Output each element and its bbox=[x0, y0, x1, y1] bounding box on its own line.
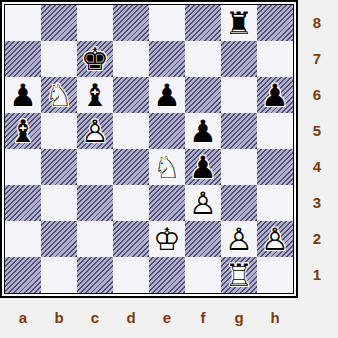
square-g2[interactable]: ♟♙ bbox=[221, 221, 257, 257]
square-g4[interactable] bbox=[221, 149, 257, 185]
square-f2[interactable] bbox=[185, 221, 221, 257]
white-king-piece[interactable]: ♚♔ bbox=[149, 221, 185, 257]
square-f1[interactable] bbox=[185, 257, 221, 293]
square-a5[interactable]: ♝ bbox=[5, 113, 41, 149]
square-g1[interactable]: ♜♖ bbox=[221, 257, 257, 293]
square-f5[interactable]: ♟ bbox=[185, 113, 221, 149]
square-d8[interactable] bbox=[113, 5, 149, 41]
white-pawn-outline-glyph: ♙ bbox=[185, 185, 221, 221]
white-rook-outline-glyph: ♖ bbox=[221, 257, 257, 293]
rank-label-6: 6 bbox=[300, 77, 334, 113]
square-e5[interactable] bbox=[149, 113, 185, 149]
black-pawn-piece[interactable]: ♟ bbox=[185, 113, 221, 149]
square-f3[interactable]: ♟♙ bbox=[185, 185, 221, 221]
square-c7[interactable]: ♚ bbox=[77, 41, 113, 77]
white-pawn-piece[interactable]: ♟♙ bbox=[257, 221, 293, 257]
rank-label-8: 8 bbox=[300, 5, 334, 41]
file-labels: abcdefgh bbox=[5, 300, 293, 336]
white-knight-outline-glyph: ♘ bbox=[41, 77, 77, 113]
square-h6[interactable]: ♟ bbox=[257, 77, 293, 113]
square-d2[interactable] bbox=[113, 221, 149, 257]
square-a3[interactable] bbox=[5, 185, 41, 221]
file-label-a: a bbox=[5, 300, 41, 336]
square-b7[interactable] bbox=[41, 41, 77, 77]
square-h3[interactable] bbox=[257, 185, 293, 221]
white-rook-piece[interactable]: ♜♖ bbox=[221, 257, 257, 293]
black-king-piece[interactable]: ♚ bbox=[77, 41, 113, 77]
black-pawn-piece[interactable]: ♟ bbox=[257, 77, 293, 113]
square-e3[interactable] bbox=[149, 185, 185, 221]
square-e8[interactable] bbox=[149, 5, 185, 41]
black-pawn-fill-glyph: ♟ bbox=[5, 77, 41, 113]
square-d5[interactable] bbox=[113, 113, 149, 149]
black-bishop-fill-glyph: ♝ bbox=[77, 77, 113, 113]
square-d7[interactable] bbox=[113, 41, 149, 77]
rank-label-4: 4 bbox=[300, 149, 334, 185]
black-king-fill-glyph: ♚ bbox=[77, 41, 113, 77]
square-c1[interactable] bbox=[77, 257, 113, 293]
square-c5[interactable]: ♟♙ bbox=[77, 113, 113, 149]
white-rook-fill-glyph: ♜ bbox=[221, 257, 257, 293]
square-e4[interactable]: ♞♘ bbox=[149, 149, 185, 185]
black-pawn-piece[interactable]: ♟ bbox=[149, 77, 185, 113]
black-bishop-piece[interactable]: ♝ bbox=[5, 113, 41, 149]
white-knight-outline-glyph: ♘ bbox=[149, 149, 185, 185]
square-b5[interactable] bbox=[41, 113, 77, 149]
square-a2[interactable] bbox=[5, 221, 41, 257]
square-a1[interactable] bbox=[5, 257, 41, 293]
black-pawn-piece[interactable]: ♟ bbox=[5, 77, 41, 113]
white-pawn-fill-glyph: ♟ bbox=[257, 221, 293, 257]
rank-label-5: 5 bbox=[300, 113, 334, 149]
square-c4[interactable] bbox=[77, 149, 113, 185]
white-pawn-fill-glyph: ♟ bbox=[185, 185, 221, 221]
file-label-e: e bbox=[149, 300, 185, 336]
square-b3[interactable] bbox=[41, 185, 77, 221]
rank-labels: 87654321 bbox=[300, 5, 334, 293]
square-g7[interactable] bbox=[221, 41, 257, 77]
square-e2[interactable]: ♚♔ bbox=[149, 221, 185, 257]
black-rook-piece[interactable]: ♜ bbox=[221, 5, 257, 41]
rank-label-1: 1 bbox=[300, 257, 334, 293]
white-knight-piece[interactable]: ♞♘ bbox=[149, 149, 185, 185]
white-knight-fill-glyph: ♞ bbox=[149, 149, 185, 185]
white-knight-piece[interactable]: ♞♘ bbox=[41, 77, 77, 113]
white-pawn-fill-glyph: ♟ bbox=[221, 221, 257, 257]
square-e1[interactable] bbox=[149, 257, 185, 293]
chess-board: ♜♚♟♞♘♝♟♟♝♟♙♟♞♘♟♟♙♚♔♟♙♟♙♜♖ bbox=[4, 4, 294, 294]
square-b8[interactable] bbox=[41, 5, 77, 41]
square-a4[interactable] bbox=[5, 149, 41, 185]
white-pawn-outline-glyph: ♙ bbox=[77, 113, 113, 149]
square-f8[interactable] bbox=[185, 5, 221, 41]
rank-label-2: 2 bbox=[300, 221, 334, 257]
square-b2[interactable] bbox=[41, 221, 77, 257]
white-king-fill-glyph: ♚ bbox=[149, 221, 185, 257]
black-pawn-fill-glyph: ♟ bbox=[185, 113, 221, 149]
square-b4[interactable] bbox=[41, 149, 77, 185]
chess-diagram-page: ♜♚♟♞♘♝♟♟♝♟♙♟♞♘♟♟♙♚♔♟♙♟♙♜♖ abcdefgh 87654… bbox=[0, 0, 338, 338]
square-b1[interactable] bbox=[41, 257, 77, 293]
black-pawn-fill-glyph: ♟ bbox=[149, 77, 185, 113]
file-label-d: d bbox=[113, 300, 149, 336]
chess-board-frame: ♜♚♟♞♘♝♟♟♝♟♙♟♞♘♟♟♙♚♔♟♙♟♙♜♖ bbox=[0, 0, 298, 298]
square-d3[interactable] bbox=[113, 185, 149, 221]
square-h4[interactable] bbox=[257, 149, 293, 185]
file-label-h: h bbox=[257, 300, 293, 336]
white-pawn-piece[interactable]: ♟♙ bbox=[221, 221, 257, 257]
rank-label-7: 7 bbox=[300, 41, 334, 77]
square-f4[interactable]: ♟ bbox=[185, 149, 221, 185]
square-e6[interactable]: ♟ bbox=[149, 77, 185, 113]
square-c2[interactable] bbox=[77, 221, 113, 257]
square-h2[interactable]: ♟♙ bbox=[257, 221, 293, 257]
square-g3[interactable] bbox=[221, 185, 257, 221]
white-pawn-piece[interactable]: ♟♙ bbox=[77, 113, 113, 149]
file-label-b: b bbox=[41, 300, 77, 336]
square-f7[interactable] bbox=[185, 41, 221, 77]
black-rook-fill-glyph: ♜ bbox=[221, 5, 257, 41]
square-f6[interactable] bbox=[185, 77, 221, 113]
black-pawn-fill-glyph: ♟ bbox=[185, 149, 221, 185]
white-pawn-outline-glyph: ♙ bbox=[221, 221, 257, 257]
square-h5[interactable] bbox=[257, 113, 293, 149]
square-h7[interactable] bbox=[257, 41, 293, 77]
square-g8[interactable]: ♜ bbox=[221, 5, 257, 41]
white-king-outline-glyph: ♔ bbox=[149, 221, 185, 257]
black-pawn-fill-glyph: ♟ bbox=[257, 77, 293, 113]
rank-label-3: 3 bbox=[300, 185, 334, 221]
square-e7[interactable] bbox=[149, 41, 185, 77]
square-c3[interactable] bbox=[77, 185, 113, 221]
white-knight-fill-glyph: ♞ bbox=[41, 77, 77, 113]
white-pawn-fill-glyph: ♟ bbox=[77, 113, 113, 149]
file-label-f: f bbox=[185, 300, 221, 336]
file-label-c: c bbox=[77, 300, 113, 336]
square-h1[interactable] bbox=[257, 257, 293, 293]
black-pawn-piece[interactable]: ♟ bbox=[185, 149, 221, 185]
square-d6[interactable] bbox=[113, 77, 149, 113]
square-g6[interactable] bbox=[221, 77, 257, 113]
square-a6[interactable]: ♟ bbox=[5, 77, 41, 113]
square-c8[interactable] bbox=[77, 5, 113, 41]
black-bishop-piece[interactable]: ♝ bbox=[77, 77, 113, 113]
black-bishop-fill-glyph: ♝ bbox=[5, 113, 41, 149]
square-d4[interactable] bbox=[113, 149, 149, 185]
square-a8[interactable] bbox=[5, 5, 41, 41]
square-c6[interactable]: ♝ bbox=[77, 77, 113, 113]
square-b6[interactable]: ♞♘ bbox=[41, 77, 77, 113]
square-a7[interactable] bbox=[5, 41, 41, 77]
square-d1[interactable] bbox=[113, 257, 149, 293]
white-pawn-piece[interactable]: ♟♙ bbox=[185, 185, 221, 221]
white-pawn-outline-glyph: ♙ bbox=[257, 221, 293, 257]
file-label-g: g bbox=[221, 300, 257, 336]
square-g5[interactable] bbox=[221, 113, 257, 149]
square-h8[interactable] bbox=[257, 5, 293, 41]
